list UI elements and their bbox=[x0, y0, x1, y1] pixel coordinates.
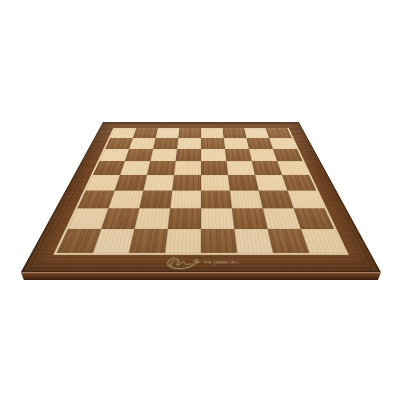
square-d6 bbox=[176, 149, 201, 161]
square-f3 bbox=[230, 191, 263, 209]
square-e4 bbox=[201, 175, 230, 191]
square-e6 bbox=[201, 149, 226, 161]
board-front-edge bbox=[21, 272, 381, 280]
square-b4 bbox=[115, 175, 147, 191]
square-a2 bbox=[68, 208, 108, 229]
square-c5 bbox=[147, 161, 176, 175]
square-f2 bbox=[232, 208, 268, 229]
square-d5 bbox=[174, 161, 201, 175]
square-b1 bbox=[93, 229, 135, 253]
square-g4 bbox=[255, 175, 287, 191]
square-h2 bbox=[294, 208, 334, 229]
square-h7 bbox=[269, 138, 297, 149]
square-h1 bbox=[301, 229, 345, 253]
square-g2 bbox=[263, 208, 301, 229]
square-c1 bbox=[129, 229, 168, 253]
square-f7 bbox=[224, 138, 249, 149]
square-c6 bbox=[150, 149, 177, 161]
square-d1 bbox=[165, 229, 201, 253]
board-grid bbox=[57, 128, 345, 253]
square-d4 bbox=[172, 175, 201, 191]
signature-engraving: THE QUEEN OF CHESS bbox=[161, 254, 240, 271]
square-g3 bbox=[259, 191, 294, 209]
square-a4 bbox=[86, 175, 120, 191]
square-c2 bbox=[134, 208, 170, 229]
square-b3 bbox=[108, 191, 143, 209]
square-f5 bbox=[226, 161, 255, 175]
square-d2 bbox=[168, 208, 201, 229]
square-e8 bbox=[201, 128, 224, 138]
square-f4 bbox=[228, 175, 259, 191]
square-c4 bbox=[143, 175, 174, 191]
square-h6 bbox=[273, 149, 303, 161]
square-e5 bbox=[201, 161, 228, 175]
square-f1 bbox=[234, 229, 273, 253]
square-d7 bbox=[177, 138, 201, 149]
square-e7 bbox=[201, 138, 225, 149]
signature-icon: THE QUEEN OF CHESS bbox=[161, 254, 240, 271]
square-b5 bbox=[120, 161, 150, 175]
product-photo-background: THE QUEEN OF CHESS bbox=[0, 0, 400, 400]
square-e1 bbox=[201, 229, 237, 253]
square-h4 bbox=[282, 175, 316, 191]
square-b6 bbox=[125, 149, 153, 161]
square-g1 bbox=[268, 229, 310, 253]
square-b8 bbox=[133, 128, 158, 138]
signature-caption: THE QUEEN OF CHESS bbox=[203, 261, 240, 264]
square-e2 bbox=[201, 208, 234, 229]
square-h3 bbox=[287, 191, 324, 209]
square-b7 bbox=[129, 138, 156, 149]
square-a3 bbox=[77, 191, 114, 209]
chessboard: THE QUEEN OF CHESS bbox=[74, 48, 328, 302]
square-e3 bbox=[201, 191, 232, 209]
square-d3 bbox=[170, 191, 201, 209]
square-a1 bbox=[57, 229, 101, 253]
square-h8 bbox=[266, 128, 292, 138]
square-f6 bbox=[225, 149, 252, 161]
board-3d: THE QUEEN OF CHESS bbox=[21, 122, 381, 272]
square-c8 bbox=[156, 128, 180, 138]
square-h5 bbox=[277, 161, 309, 175]
square-c7 bbox=[153, 138, 178, 149]
square-c3 bbox=[139, 191, 172, 209]
square-d8 bbox=[178, 128, 201, 138]
square-b2 bbox=[101, 208, 139, 229]
board-top-face: THE QUEEN OF CHESS bbox=[21, 122, 381, 272]
square-f8 bbox=[223, 128, 247, 138]
